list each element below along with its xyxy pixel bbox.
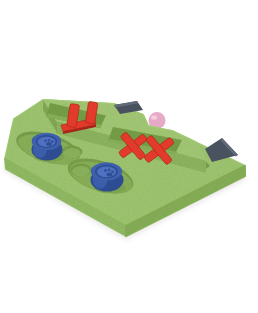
blue-cup-1[interactable] — [32, 133, 65, 162]
paw-toe — [51, 140, 54, 143]
paw-pad — [107, 172, 113, 176]
paw-toe — [108, 169, 111, 172]
paw-toe — [111, 170, 114, 173]
paw-toe — [44, 140, 47, 143]
paw-pad — [46, 142, 52, 146]
product-photo — [0, 0, 258, 313]
puzzle-board-illustration — [0, 0, 258, 313]
pink-ball-highlight — [151, 115, 157, 119]
paw-toe — [104, 169, 107, 172]
paw-toe — [48, 139, 51, 142]
